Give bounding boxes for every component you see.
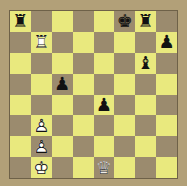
- square-g2[interactable]: [135, 136, 156, 157]
- square-d7[interactable]: [73, 32, 94, 53]
- square-d5[interactable]: [73, 74, 94, 95]
- square-a5[interactable]: [10, 74, 31, 95]
- square-a3[interactable]: [10, 115, 31, 136]
- square-c1[interactable]: [52, 157, 73, 178]
- square-b7[interactable]: ♜♖: [31, 32, 52, 53]
- square-e3[interactable]: [94, 115, 115, 136]
- square-e5[interactable]: [94, 74, 115, 95]
- black-rook-icon: ♜: [138, 12, 154, 30]
- square-h1[interactable]: [156, 157, 177, 178]
- white-rook-icon: ♜♖: [31, 32, 52, 53]
- square-f5[interactable]: [114, 74, 135, 95]
- square-f8[interactable]: ♚: [114, 11, 135, 32]
- black-pawn-icon: ♟: [96, 96, 112, 114]
- square-h7[interactable]: ♟: [156, 32, 177, 53]
- black-king-icon: ♚: [117, 12, 133, 30]
- square-f4[interactable]: [114, 95, 135, 116]
- square-b1[interactable]: ♚♔: [31, 157, 52, 178]
- square-d1[interactable]: [73, 157, 94, 178]
- square-c8[interactable]: [52, 11, 73, 32]
- square-e7[interactable]: [94, 32, 115, 53]
- square-g5[interactable]: [135, 74, 156, 95]
- square-b3[interactable]: ♟♙: [31, 115, 52, 136]
- square-c5[interactable]: ♟: [52, 74, 73, 95]
- square-d3[interactable]: [73, 115, 94, 136]
- black-pawn-icon: ♟: [54, 75, 70, 93]
- square-g6[interactable]: ♝: [135, 53, 156, 74]
- square-h3[interactable]: [156, 115, 177, 136]
- square-b8[interactable]: [31, 11, 52, 32]
- square-e8[interactable]: [94, 11, 115, 32]
- square-a7[interactable]: [10, 32, 31, 53]
- white-pawn-icon: ♟♙: [31, 136, 52, 157]
- square-b2[interactable]: ♟♙: [31, 136, 52, 157]
- square-g1[interactable]: [135, 157, 156, 178]
- square-a2[interactable]: [10, 136, 31, 157]
- chess-board: ♜♚♜♜♖♟♝♟♟♟♙♟♙♚♔♛♕: [10, 11, 177, 178]
- square-c6[interactable]: [52, 53, 73, 74]
- square-e1[interactable]: ♛♕: [94, 157, 115, 178]
- square-c2[interactable]: [52, 136, 73, 157]
- square-h8[interactable]: [156, 11, 177, 32]
- white-pawn-icon: ♟♙: [31, 115, 52, 136]
- white-king-icon: ♚♔: [31, 157, 52, 178]
- square-f6[interactable]: [114, 53, 135, 74]
- square-b6[interactable]: [31, 53, 52, 74]
- black-rook-icon: ♜: [12, 12, 28, 30]
- square-c3[interactable]: [52, 115, 73, 136]
- square-h2[interactable]: [156, 136, 177, 157]
- black-pawn-icon: ♟: [158, 33, 174, 51]
- square-e2[interactable]: [94, 136, 115, 157]
- square-h4[interactable]: [156, 95, 177, 116]
- square-d6[interactable]: [73, 53, 94, 74]
- square-d2[interactable]: [73, 136, 94, 157]
- square-b4[interactable]: [31, 95, 52, 116]
- square-b5[interactable]: [31, 74, 52, 95]
- white-queen-icon: ♛♕: [94, 157, 115, 178]
- square-a1[interactable]: [10, 157, 31, 178]
- square-e4[interactable]: ♟: [94, 95, 115, 116]
- square-g8[interactable]: ♜: [135, 11, 156, 32]
- square-f2[interactable]: [114, 136, 135, 157]
- square-a6[interactable]: [10, 53, 31, 74]
- square-c7[interactable]: [52, 32, 73, 53]
- square-a8[interactable]: ♜: [10, 11, 31, 32]
- square-a4[interactable]: [10, 95, 31, 116]
- square-g7[interactable]: [135, 32, 156, 53]
- square-h6[interactable]: [156, 53, 177, 74]
- square-d4[interactable]: [73, 95, 94, 116]
- square-d8[interactable]: [73, 11, 94, 32]
- board-frame: ♜♚♜♜♖♟♝♟♟♟♙♟♙♚♔♛♕: [0, 0, 187, 186]
- black-bishop-icon: ♝: [138, 54, 154, 72]
- square-e6[interactable]: [94, 53, 115, 74]
- square-g4[interactable]: [135, 95, 156, 116]
- square-g3[interactable]: [135, 115, 156, 136]
- square-f7[interactable]: [114, 32, 135, 53]
- square-f1[interactable]: [114, 157, 135, 178]
- square-h5[interactable]: [156, 74, 177, 95]
- square-f3[interactable]: [114, 115, 135, 136]
- square-c4[interactable]: [52, 95, 73, 116]
